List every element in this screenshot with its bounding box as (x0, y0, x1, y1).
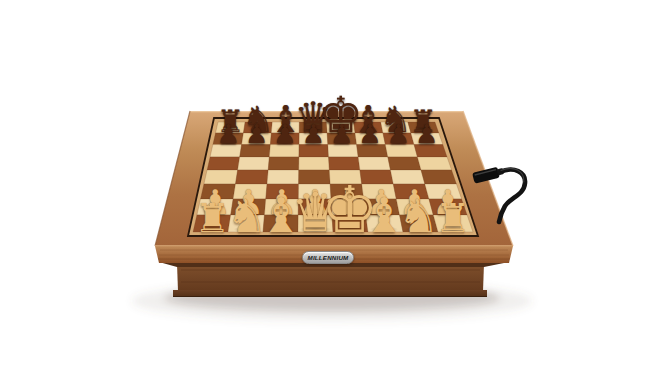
piece-black-pawn-e7[interactable]: ♟ (330, 121, 353, 147)
piece-black-pawn-a7[interactable]: ♟ (217, 121, 240, 147)
piece-black-pawn-f7[interactable]: ♟ (358, 121, 381, 147)
piece-white-rook-a1[interactable]: ♜ (194, 198, 230, 238)
square-b5[interactable] (238, 157, 270, 170)
base-plinth (173, 290, 487, 297)
piece-black-pawn-c7[interactable]: ♟ (273, 121, 296, 147)
square-c5[interactable] (268, 157, 299, 170)
square-g5[interactable] (388, 157, 421, 170)
piece-white-knight-g1[interactable]: ♞ (398, 193, 439, 239)
square-f5[interactable] (358, 157, 390, 170)
piece-white-rook-h1[interactable]: ♜ (435, 198, 471, 238)
piece-black-pawn-g7[interactable]: ♟ (387, 121, 410, 147)
piece-black-pawn-b7[interactable]: ♟ (245, 121, 268, 147)
brand-badge-label: MILLENNIUM (308, 254, 349, 261)
square-h5[interactable] (417, 157, 451, 170)
base-drawer (173, 264, 487, 297)
piece-black-pawn-d7[interactable]: ♟ (302, 121, 325, 147)
chess-computer-product-photo: ♜♞♝♛♚♝♞♜♟♟♟♟♟♟♟♟♟♟♟♟♟♟♟♟♜♞♝♛♚♝♞♜ MILLENN… (0, 0, 660, 384)
piece-black-pawn-h7[interactable]: ♟ (415, 121, 438, 147)
brand-badge: MILLENNIUM (302, 251, 354, 264)
square-d5[interactable] (299, 157, 330, 170)
square-a5[interactable] (207, 157, 240, 170)
square-e5[interactable] (329, 157, 360, 170)
